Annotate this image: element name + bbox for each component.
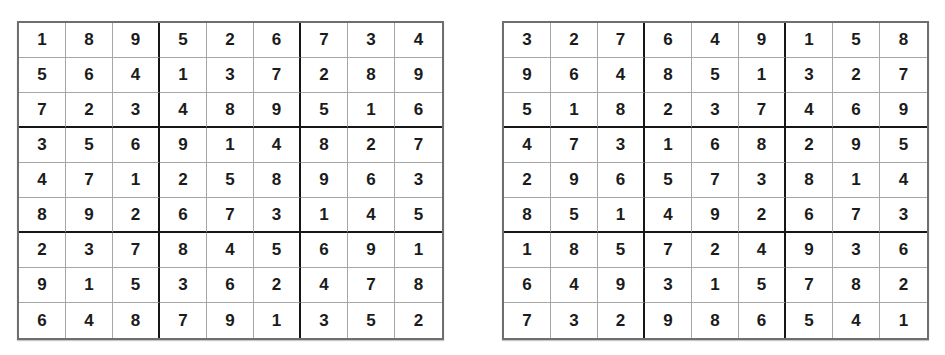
sudoku-cell-r1c2: 8	[66, 23, 113, 58]
sudoku-cell-r4c1: 3	[19, 128, 66, 163]
sudoku-cell-r9c2: 4	[66, 303, 113, 338]
sudoku-cell-r3c8: 1	[348, 93, 395, 128]
sudoku-cell-r9c6: 6	[739, 303, 786, 338]
sudoku-cell-r6c7: 6	[786, 198, 833, 233]
sudoku-cell-r7c9: 6	[880, 233, 927, 268]
sudoku-cell-r3c3: 3	[113, 93, 160, 128]
sudoku-cell-r1c7: 7	[301, 23, 348, 58]
sudoku-cell-r7c9: 1	[395, 233, 442, 268]
sudoku-cell-r6c6: 3	[254, 198, 301, 233]
sudoku-cell-r5c9: 4	[880, 163, 927, 198]
sudoku-cell-r1c7: 1	[786, 23, 833, 58]
sudoku-cell-r9c1: 6	[19, 303, 66, 338]
sudoku-cell-r7c2: 8	[551, 233, 598, 268]
sudoku-cell-r9c3: 8	[113, 303, 160, 338]
sudoku-cell-r4c1: 4	[504, 128, 551, 163]
sudoku-cell-r1c3: 7	[598, 23, 645, 58]
sudoku-cell-r6c3: 1	[598, 198, 645, 233]
sudoku-cell-r8c1: 6	[504, 268, 551, 303]
sudoku-cell-r8c7: 4	[301, 268, 348, 303]
sudoku-cell-r2c3: 4	[113, 58, 160, 93]
sudoku-cell-r1c1: 3	[504, 23, 551, 58]
sudoku-cell-r9c5: 8	[692, 303, 739, 338]
sudoku-cell-r3c8: 6	[833, 93, 880, 128]
sudoku-cell-r2c6: 7	[254, 58, 301, 93]
sudoku-cell-r9c8: 4	[833, 303, 880, 338]
sudoku-board-left: 1895267345641372897234895163569148274712…	[17, 21, 444, 340]
sudoku-cell-r6c4: 4	[645, 198, 692, 233]
sudoku-cell-r7c3: 5	[598, 233, 645, 268]
sudoku-cell-r7c7: 9	[786, 233, 833, 268]
sudoku-cell-r9c5: 9	[207, 303, 254, 338]
sudoku-cell-r3c1: 5	[504, 93, 551, 128]
sudoku-cell-r1c4: 6	[645, 23, 692, 58]
sudoku-cell-r3c4: 4	[160, 93, 207, 128]
sudoku-cell-r8c5: 1	[692, 268, 739, 303]
sudoku-cell-r8c3: 9	[598, 268, 645, 303]
sudoku-cell-r5c8: 1	[833, 163, 880, 198]
sudoku-cell-r8c9: 8	[395, 268, 442, 303]
sudoku-cell-r7c4: 7	[645, 233, 692, 268]
sudoku-cell-r4c4: 9	[160, 128, 207, 163]
sudoku-cell-r8c6: 5	[739, 268, 786, 303]
sudoku-cell-r2c8: 8	[348, 58, 395, 93]
sudoku-cell-r3c2: 2	[66, 93, 113, 128]
sudoku-cell-r1c9: 4	[395, 23, 442, 58]
sudoku-cell-r7c8: 3	[833, 233, 880, 268]
sudoku-cell-r1c9: 8	[880, 23, 927, 58]
sudoku-cell-r6c1: 8	[19, 198, 66, 233]
sudoku-cell-r2c7: 3	[786, 58, 833, 93]
sudoku-cell-r6c5: 9	[692, 198, 739, 233]
sudoku-cell-r7c2: 3	[66, 233, 113, 268]
sudoku-cell-r2c2: 6	[66, 58, 113, 93]
sudoku-cell-r7c1: 1	[504, 233, 551, 268]
sudoku-cell-r4c7: 8	[301, 128, 348, 163]
sudoku-board-right: 3276491589648513275182374694731682952965…	[502, 21, 929, 340]
sudoku-cell-r1c6: 9	[739, 23, 786, 58]
sudoku-cell-r7c5: 4	[207, 233, 254, 268]
sudoku-cell-r6c7: 1	[301, 198, 348, 233]
sudoku-cell-r2c5: 5	[692, 58, 739, 93]
sudoku-cell-r6c4: 6	[160, 198, 207, 233]
sudoku-cell-r3c6: 9	[254, 93, 301, 128]
sudoku-cell-r5c4: 5	[645, 163, 692, 198]
sudoku-cell-r4c2: 7	[551, 128, 598, 163]
sudoku-cell-r9c9: 1	[880, 303, 927, 338]
sudoku-cell-r8c3: 5	[113, 268, 160, 303]
sudoku-cell-r6c9: 5	[395, 198, 442, 233]
sudoku-cell-r7c8: 9	[348, 233, 395, 268]
sudoku-cell-r8c8: 8	[833, 268, 880, 303]
sudoku-cell-r7c5: 2	[692, 233, 739, 268]
sudoku-cell-r1c8: 3	[348, 23, 395, 58]
sudoku-cell-r1c5: 2	[207, 23, 254, 58]
page: 1895267345641372897234895163569148274712…	[0, 0, 945, 355]
sudoku-cell-r9c6: 1	[254, 303, 301, 338]
sudoku-cell-r7c6: 4	[739, 233, 786, 268]
sudoku-cell-r5c2: 9	[551, 163, 598, 198]
sudoku-cell-r2c5: 3	[207, 58, 254, 93]
sudoku-cell-r1c5: 4	[692, 23, 739, 58]
sudoku-cell-r6c5: 7	[207, 198, 254, 233]
sudoku-cell-r3c9: 9	[880, 93, 927, 128]
sudoku-cell-r8c9: 2	[880, 268, 927, 303]
sudoku-cell-r4c5: 6	[692, 128, 739, 163]
sudoku-cell-r2c4: 1	[160, 58, 207, 93]
sudoku-cell-r8c6: 2	[254, 268, 301, 303]
sudoku-cell-r2c6: 1	[739, 58, 786, 93]
sudoku-cell-r3c4: 2	[645, 93, 692, 128]
sudoku-cell-r4c4: 1	[645, 128, 692, 163]
sudoku-cell-r5c6: 3	[739, 163, 786, 198]
sudoku-cell-r3c6: 7	[739, 93, 786, 128]
sudoku-cell-r1c4: 5	[160, 23, 207, 58]
sudoku-cell-r8c5: 6	[207, 268, 254, 303]
sudoku-cell-r9c4: 7	[160, 303, 207, 338]
sudoku-cell-r8c2: 4	[551, 268, 598, 303]
sudoku-cell-r5c1: 2	[504, 163, 551, 198]
sudoku-cell-r4c9: 5	[880, 128, 927, 163]
sudoku-cell-r9c8: 5	[348, 303, 395, 338]
sudoku-cell-r5c5: 5	[207, 163, 254, 198]
sudoku-cell-r2c9: 7	[880, 58, 927, 93]
sudoku-cell-r4c6: 8	[739, 128, 786, 163]
sudoku-cell-r6c9: 3	[880, 198, 927, 233]
sudoku-cell-r2c1: 9	[504, 58, 551, 93]
sudoku-cell-r9c1: 7	[504, 303, 551, 338]
sudoku-cell-r2c3: 4	[598, 58, 645, 93]
sudoku-cell-r1c8: 5	[833, 23, 880, 58]
sudoku-cell-r5c4: 2	[160, 163, 207, 198]
sudoku-cell-r4c3: 3	[598, 128, 645, 163]
sudoku-cell-r6c8: 4	[348, 198, 395, 233]
sudoku-cell-r5c8: 6	[348, 163, 395, 198]
sudoku-cell-r6c1: 8	[504, 198, 551, 233]
sudoku-cell-r4c8: 9	[833, 128, 880, 163]
sudoku-cell-r9c7: 3	[301, 303, 348, 338]
sudoku-cell-r5c7: 9	[301, 163, 348, 198]
sudoku-cell-r9c2: 3	[551, 303, 598, 338]
sudoku-cell-r7c6: 5	[254, 233, 301, 268]
sudoku-cell-r5c9: 3	[395, 163, 442, 198]
sudoku-cell-r7c7: 6	[301, 233, 348, 268]
sudoku-cell-r1c1: 1	[19, 23, 66, 58]
sudoku-cell-r4c9: 7	[395, 128, 442, 163]
sudoku-cell-r4c5: 1	[207, 128, 254, 163]
sudoku-cell-r8c8: 7	[348, 268, 395, 303]
sudoku-cell-r5c3: 1	[113, 163, 160, 198]
sudoku-cell-r2c7: 2	[301, 58, 348, 93]
sudoku-cell-r8c4: 3	[160, 268, 207, 303]
sudoku-cell-r6c8: 7	[833, 198, 880, 233]
sudoku-cell-r5c2: 7	[66, 163, 113, 198]
sudoku-cell-r2c1: 5	[19, 58, 66, 93]
sudoku-cell-r5c7: 8	[786, 163, 833, 198]
sudoku-cell-r5c5: 7	[692, 163, 739, 198]
sudoku-cell-r4c6: 4	[254, 128, 301, 163]
sudoku-cell-r4c8: 2	[348, 128, 395, 163]
sudoku-cell-r8c7: 7	[786, 268, 833, 303]
sudoku-cell-r7c4: 8	[160, 233, 207, 268]
sudoku-cell-r3c7: 5	[301, 93, 348, 128]
sudoku-cell-r4c2: 5	[66, 128, 113, 163]
sudoku-cell-r5c3: 6	[598, 163, 645, 198]
sudoku-cell-r9c3: 2	[598, 303, 645, 338]
sudoku-cell-r8c2: 1	[66, 268, 113, 303]
sudoku-cell-r8c4: 3	[645, 268, 692, 303]
sudoku-cell-r6c2: 9	[66, 198, 113, 233]
sudoku-cell-r2c8: 2	[833, 58, 880, 93]
sudoku-cell-r8c1: 9	[19, 268, 66, 303]
sudoku-cell-r6c2: 5	[551, 198, 598, 233]
sudoku-cell-r1c2: 2	[551, 23, 598, 58]
sudoku-cell-r3c3: 8	[598, 93, 645, 128]
sudoku-cell-r2c4: 8	[645, 58, 692, 93]
sudoku-cell-r6c6: 2	[739, 198, 786, 233]
sudoku-cell-r2c9: 9	[395, 58, 442, 93]
sudoku-cell-r9c9: 2	[395, 303, 442, 338]
sudoku-cell-r7c1: 2	[19, 233, 66, 268]
sudoku-cell-r1c6: 6	[254, 23, 301, 58]
sudoku-cell-r5c6: 8	[254, 163, 301, 198]
sudoku-cell-r3c5: 3	[692, 93, 739, 128]
sudoku-cell-r9c7: 5	[786, 303, 833, 338]
sudoku-cell-r6c3: 2	[113, 198, 160, 233]
sudoku-cell-r3c9: 6	[395, 93, 442, 128]
sudoku-cell-r4c3: 6	[113, 128, 160, 163]
sudoku-cell-r9c4: 9	[645, 303, 692, 338]
sudoku-cell-r3c5: 8	[207, 93, 254, 128]
sudoku-cell-r1c3: 9	[113, 23, 160, 58]
sudoku-cell-r3c7: 4	[786, 93, 833, 128]
sudoku-cell-r4c7: 2	[786, 128, 833, 163]
sudoku-cell-r2c2: 6	[551, 58, 598, 93]
sudoku-cell-r5c1: 4	[19, 163, 66, 198]
sudoku-cell-r3c2: 1	[551, 93, 598, 128]
sudoku-cell-r3c1: 7	[19, 93, 66, 128]
sudoku-cell-r7c3: 7	[113, 233, 160, 268]
